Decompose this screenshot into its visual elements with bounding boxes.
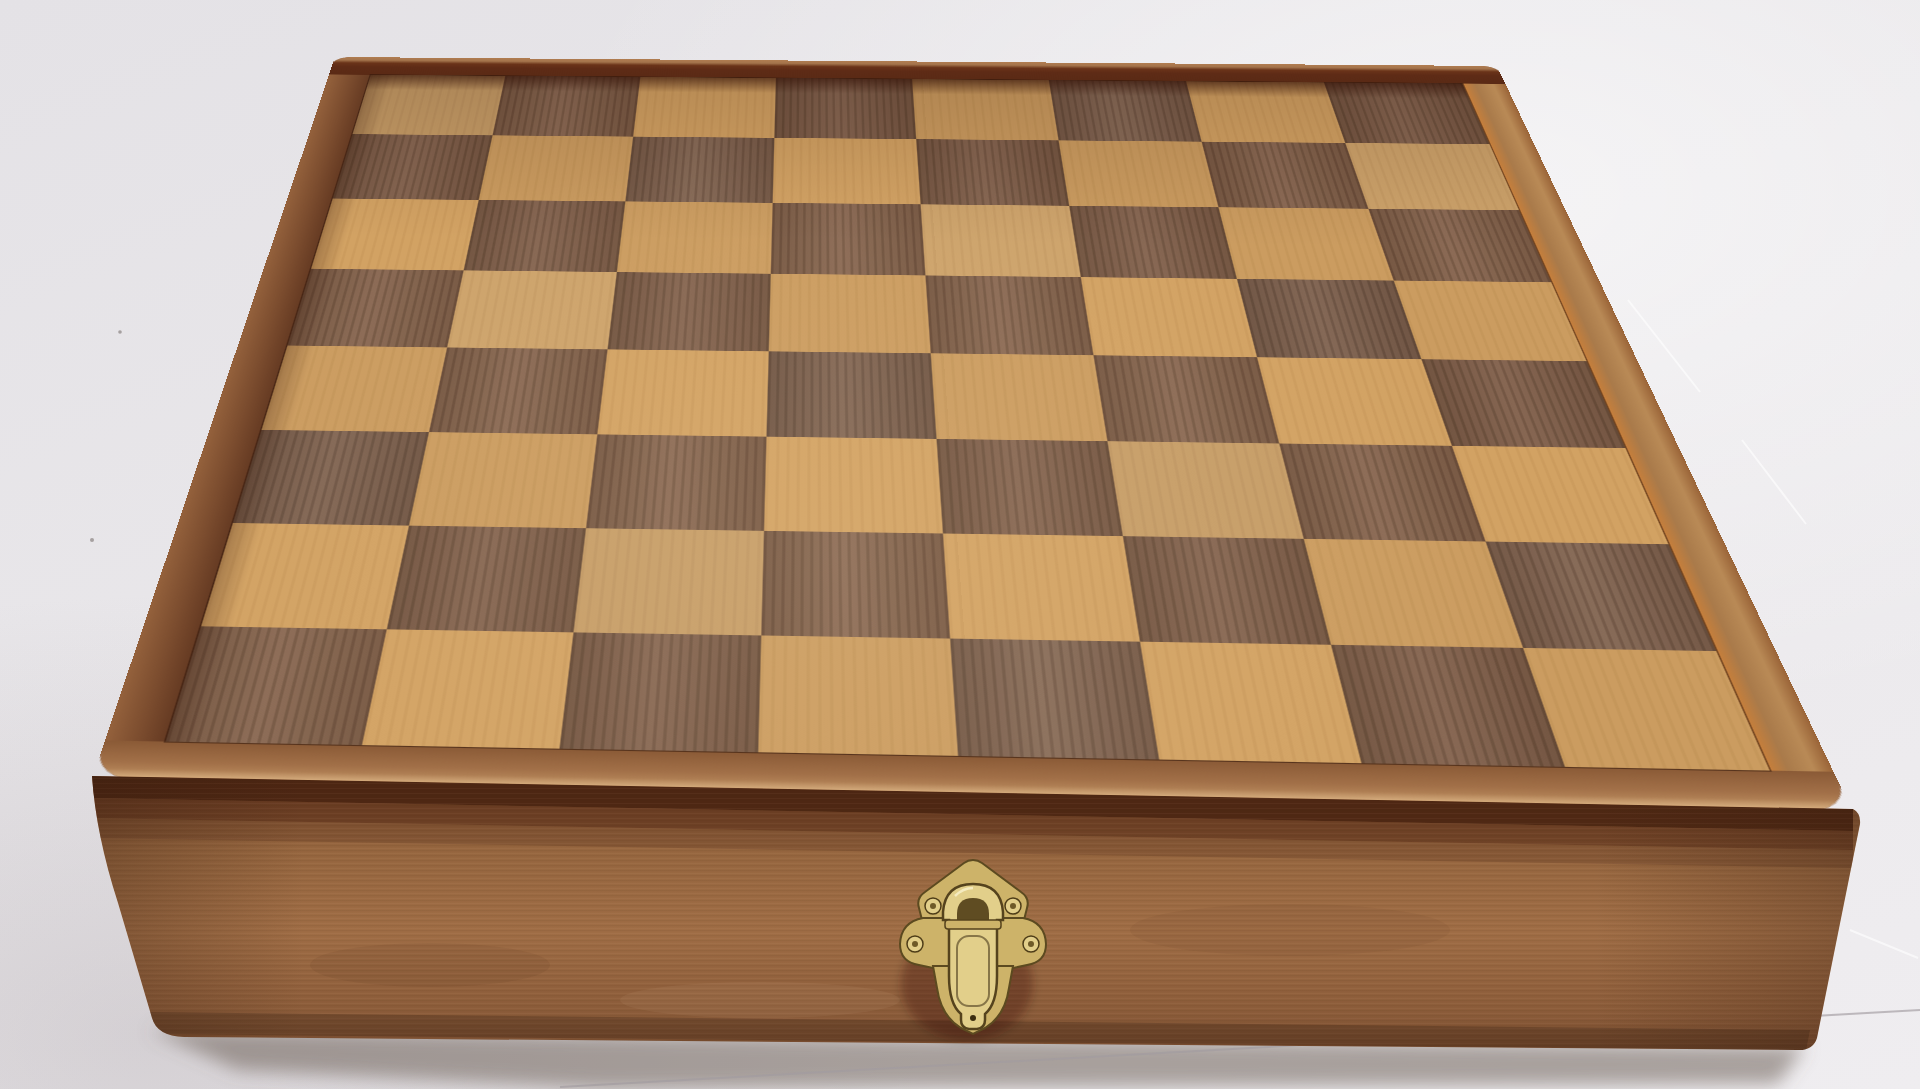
latch-bar xyxy=(945,920,1001,929)
latch-tip-hole xyxy=(970,1015,976,1021)
photo-background xyxy=(0,0,1920,1089)
box-front xyxy=(0,0,1920,1089)
latch-loop-hole xyxy=(957,898,989,920)
